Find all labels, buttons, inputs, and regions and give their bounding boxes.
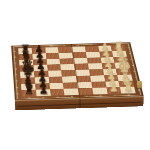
coordinate-label: f [132,74,140,80]
board-frame: 87654321 87654321 abcdefgh abcdefgh ♜♟♟♜… [11,42,144,100]
white-rook: ♜ [122,82,134,93]
black-rook: ♜ [23,85,35,96]
coordinate-label: d [13,66,19,72]
square [92,88,107,95]
box-fold-seam [79,99,80,108]
square: ♜ [21,90,36,97]
chess-board: 87654321 87654321 abcdefgh abcdefgh ♜♟♟♜… [11,42,144,100]
coordinate-label: g [14,84,21,91]
coordinate-label: c [12,60,18,66]
black-pawn: ♟ [37,86,49,96]
square [50,89,65,96]
coordinate-label: e [13,72,19,78]
coordinate-label: b [12,54,18,60]
coordinate-label: f [13,78,20,84]
square: ♟ [36,89,51,96]
square [78,88,93,95]
square: ♟ [106,87,121,94]
coordinate-label: a [11,48,17,54]
clasp-icon [137,81,142,88]
white-pawn: ♟ [108,84,120,94]
coordinate-label: h [14,90,21,97]
product-photo: 87654321 87654321 abcdefgh abcdefgh ♜♟♟♜… [0,0,150,150]
square: ♜ [120,87,136,94]
square [88,63,103,69]
square [86,52,100,58]
